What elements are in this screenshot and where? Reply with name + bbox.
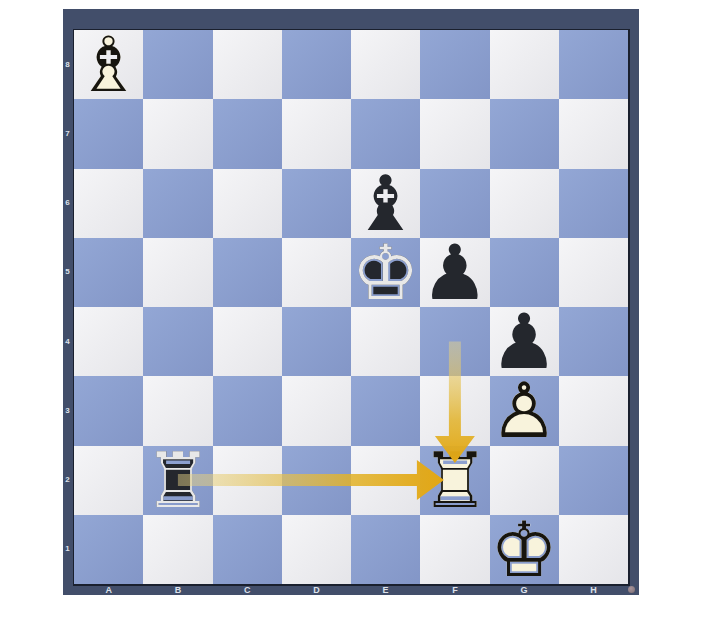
square-a8[interactable]: ♝♗ xyxy=(74,30,143,99)
square-h5[interactable] xyxy=(559,238,628,307)
file-label-d: D xyxy=(306,585,326,595)
white-pawn-outline: ♙ xyxy=(490,376,559,445)
rank-label-6: 6 xyxy=(63,198,72,207)
board-grid-wrap: ♝♗♝♚♔♟♟♟♙♜♖♜♖♚♔ xyxy=(73,29,630,586)
piece-black-rook-b2[interactable]: ♜♖ xyxy=(143,446,212,515)
square-g3[interactable]: ♟♙ xyxy=(490,376,559,445)
white-bishop-outline: ♗ xyxy=(74,30,143,99)
square-f5[interactable]: ♟ xyxy=(420,238,489,307)
square-c3[interactable] xyxy=(213,376,282,445)
black-pawn-glyph: ♟ xyxy=(420,238,489,307)
chess-board: 87654321 ABCDEFGH ♝♗♝♚♔♟♟♟♙♜♖♜♖♚♔ xyxy=(63,9,639,595)
board-grid: ♝♗♝♚♔♟♟♟♙♜♖♜♖♚♔ xyxy=(74,30,628,584)
square-b1[interactable] xyxy=(143,515,212,584)
piece-white-rook-f2[interactable]: ♜♖ xyxy=(420,446,489,515)
square-h1[interactable] xyxy=(559,515,628,584)
square-g6[interactable] xyxy=(490,169,559,238)
black-king-outline: ♔ xyxy=(351,238,420,307)
square-d6[interactable] xyxy=(282,169,351,238)
piece-white-king-g1[interactable]: ♚♔ xyxy=(490,515,559,584)
rank-label-2: 2 xyxy=(63,475,72,484)
file-label-f: F xyxy=(445,585,465,595)
file-label-a: A xyxy=(99,585,119,595)
square-a7[interactable] xyxy=(74,99,143,168)
square-a2[interactable] xyxy=(74,446,143,515)
piece-white-pawn-g3[interactable]: ♟♙ xyxy=(490,376,559,445)
square-e5[interactable]: ♚♔ xyxy=(351,238,420,307)
square-g1[interactable]: ♚♔ xyxy=(490,515,559,584)
square-f1[interactable] xyxy=(420,515,489,584)
rank-label-1: 1 xyxy=(63,544,72,553)
square-f8[interactable] xyxy=(420,30,489,99)
square-e8[interactable] xyxy=(351,30,420,99)
file-label-h: H xyxy=(583,585,603,595)
rank-label-8: 8 xyxy=(63,59,72,68)
rank-label-3: 3 xyxy=(63,405,72,414)
square-h4[interactable] xyxy=(559,307,628,376)
square-b2[interactable]: ♜♖ xyxy=(143,446,212,515)
square-d8[interactable] xyxy=(282,30,351,99)
piece-black-king-e5[interactable]: ♚♔ xyxy=(351,238,420,307)
black-rook-outline: ♖ xyxy=(143,446,212,515)
square-d1[interactable] xyxy=(282,515,351,584)
square-e4[interactable] xyxy=(351,307,420,376)
square-h3[interactable] xyxy=(559,376,628,445)
square-g7[interactable] xyxy=(490,99,559,168)
square-a6[interactable] xyxy=(74,169,143,238)
square-c2[interactable] xyxy=(213,446,282,515)
piece-black-pawn-f5[interactable]: ♟ xyxy=(420,238,489,307)
rank-label-5: 5 xyxy=(63,267,72,276)
square-d5[interactable] xyxy=(282,238,351,307)
square-a3[interactable] xyxy=(74,376,143,445)
square-a4[interactable] xyxy=(74,307,143,376)
square-e3[interactable] xyxy=(351,376,420,445)
square-c7[interactable] xyxy=(213,99,282,168)
file-label-b: B xyxy=(168,585,188,595)
square-f4[interactable] xyxy=(420,307,489,376)
square-h6[interactable] xyxy=(559,169,628,238)
square-f7[interactable] xyxy=(420,99,489,168)
square-c1[interactable] xyxy=(213,515,282,584)
square-d3[interactable] xyxy=(282,376,351,445)
square-c4[interactable] xyxy=(213,307,282,376)
file-label-c: C xyxy=(237,585,257,595)
square-b6[interactable] xyxy=(143,169,212,238)
square-h2[interactable] xyxy=(559,446,628,515)
white-rook-outline: ♖ xyxy=(420,446,489,515)
square-b7[interactable] xyxy=(143,99,212,168)
square-b8[interactable] xyxy=(143,30,212,99)
square-d7[interactable] xyxy=(282,99,351,168)
square-f2[interactable]: ♜♖ xyxy=(420,446,489,515)
rank-labels: 87654321 xyxy=(63,29,73,583)
square-b5[interactable] xyxy=(143,238,212,307)
square-h8[interactable] xyxy=(559,30,628,99)
rank-label-7: 7 xyxy=(63,128,72,137)
square-e2[interactable] xyxy=(351,446,420,515)
corner-dot-decoration xyxy=(628,586,635,593)
square-d4[interactable] xyxy=(282,307,351,376)
square-c5[interactable] xyxy=(213,238,282,307)
square-c8[interactable] xyxy=(213,30,282,99)
file-label-e: E xyxy=(376,585,396,595)
square-b4[interactable] xyxy=(143,307,212,376)
square-c6[interactable] xyxy=(213,169,282,238)
piece-white-bishop-a8[interactable]: ♝♗ xyxy=(74,30,143,99)
square-a5[interactable] xyxy=(74,238,143,307)
rank-label-4: 4 xyxy=(63,336,72,345)
square-d2[interactable] xyxy=(282,446,351,515)
square-e1[interactable] xyxy=(351,515,420,584)
square-g8[interactable] xyxy=(490,30,559,99)
square-h7[interactable] xyxy=(559,99,628,168)
white-king-outline: ♔ xyxy=(490,515,559,584)
square-a1[interactable] xyxy=(74,515,143,584)
